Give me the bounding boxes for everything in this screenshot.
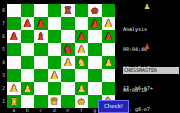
rank-labels: 87654321 — [0, 4, 7, 108]
square-e3[interactable] — [61, 69, 75, 82]
rank-label-6: 6 — [0, 30, 7, 43]
file-label-e: e — [61, 107, 75, 113]
square-e5[interactable]: ♞ — [61, 43, 75, 56]
square-d2[interactable] — [48, 82, 62, 95]
black-player-name: CHESSMASTER — [123, 67, 179, 74]
square-a3[interactable] — [7, 69, 21, 82]
square-c6[interactable]: ♝ — [34, 30, 48, 43]
check-dialog-button[interactable]: Check! — [98, 100, 129, 113]
square-f2[interactable]: ♟ — [75, 82, 89, 95]
square-b8[interactable] — [21, 4, 35, 17]
file-label-a: a — [7, 107, 21, 113]
file-label-f: f — [75, 107, 89, 113]
square-c8[interactable] — [34, 4, 48, 17]
square-g7[interactable]: ♟ — [88, 17, 102, 30]
square-a5[interactable] — [7, 43, 21, 56]
black-clock: 00:00:10 — [123, 87, 179, 94]
square-d6[interactable] — [48, 30, 62, 43]
square-f4[interactable]: ♞ — [75, 56, 89, 69]
square-d3[interactable]: ♟ — [48, 69, 62, 82]
square-b3[interactable] — [21, 69, 35, 82]
rank-label-7: 7 — [0, 17, 7, 30]
black-king-piece: ♚ — [91, 4, 98, 17]
square-h8[interactable] — [102, 4, 116, 17]
rank-label-8: 8 — [0, 4, 7, 17]
square-b4[interactable] — [21, 56, 35, 69]
file-label-c: c — [34, 107, 48, 113]
square-g6[interactable] — [88, 30, 102, 43]
black-pawn-piece: ♟ — [91, 17, 98, 30]
white-knight-piece: ♞ — [78, 56, 85, 69]
white-pawn-piece: ♟ — [105, 56, 112, 69]
rank-label-1: 1 — [0, 95, 7, 108]
white-pawn-piece: ♟ — [78, 43, 85, 56]
square-h4[interactable]: ♟ — [102, 56, 116, 69]
square-b5[interactable] — [21, 43, 35, 56]
square-h7[interactable]: ♟ — [102, 17, 116, 30]
black-pawn-piece: ♟ — [105, 30, 112, 43]
white-pawn-icon: ♟ — [138, 1, 156, 12]
square-f5[interactable]: ♟ — [75, 43, 89, 56]
rank-label-5: 5 — [0, 43, 7, 56]
square-g3[interactable] — [88, 69, 102, 82]
white-pawn-piece: ♟ — [105, 17, 112, 30]
square-b6[interactable] — [21, 30, 35, 43]
black-pawn-piece: ♟ — [78, 30, 85, 43]
black-player-panel: CHESSMASTER 00:00:10 15. g8-e7 16. e7-d5 — [123, 54, 179, 113]
chess-app-screen: { "game": "chess", "position": { "fen": … — [0, 0, 180, 113]
square-d5[interactable] — [48, 43, 62, 56]
square-e6[interactable] — [61, 30, 75, 43]
black-pawn-piece: ♟ — [24, 17, 31, 30]
white-pawn-piece: ♟ — [64, 56, 71, 69]
square-a8[interactable] — [7, 4, 21, 17]
square-b7[interactable]: ♟ — [21, 17, 35, 30]
white-player-name: Analysis — [123, 26, 179, 33]
square-c7[interactable]: ♟ — [34, 17, 48, 30]
white-rook-piece: ♜ — [10, 95, 17, 108]
square-c5[interactable] — [34, 43, 48, 56]
square-e4[interactable]: ♟ — [61, 56, 75, 69]
rank-label-3: 3 — [0, 69, 7, 82]
white-queen-piece: ♛ — [51, 95, 58, 108]
square-e8[interactable]: ♜ — [61, 4, 75, 17]
square-b2[interactable]: ♟ — [21, 82, 35, 95]
square-g2[interactable] — [88, 82, 102, 95]
square-f7[interactable] — [75, 17, 89, 30]
square-g5[interactable] — [88, 43, 102, 56]
white-pawn-piece: ♟ — [78, 82, 85, 95]
square-a7[interactable] — [7, 17, 21, 30]
white-king-piece: ♚ — [78, 95, 85, 108]
chess-board[interactable]: ♜♚♟♟♟♟♟♝♟♟♞♟♟♞♟♟♟♟♟♜♛♚♞ — [7, 4, 115, 108]
black-pawn-icon: ♟ — [138, 41, 156, 52]
black-knight-piece: ♞ — [64, 43, 71, 56]
rank-label-2: 2 — [0, 82, 7, 95]
black-pawn-piece: ♟ — [37, 17, 44, 30]
square-d4[interactable] — [48, 56, 62, 69]
square-h3[interactable] — [102, 69, 116, 82]
square-h2[interactable] — [102, 82, 116, 95]
square-h5[interactable] — [102, 43, 116, 56]
black-pawn-piece: ♟ — [10, 30, 17, 43]
square-c3[interactable] — [34, 69, 48, 82]
square-f8[interactable] — [75, 4, 89, 17]
square-h6[interactable]: ♟ — [102, 30, 116, 43]
square-a6[interactable]: ♟ — [7, 30, 21, 43]
square-d8[interactable] — [48, 4, 62, 17]
square-a2[interactable]: ♟ — [7, 82, 21, 95]
square-g4[interactable] — [88, 56, 102, 69]
white-pawn-piece: ♟ — [10, 82, 17, 95]
square-g8[interactable]: ♚ — [88, 4, 102, 17]
rank-label-4: 4 — [0, 56, 7, 69]
black-rook-piece: ♜ — [64, 4, 71, 17]
white-pawn-piece: ♟ — [24, 82, 31, 95]
file-label-d: d — [48, 107, 62, 113]
square-a4[interactable] — [7, 56, 21, 69]
square-f3[interactable] — [75, 69, 89, 82]
square-f6[interactable]: ♟ — [75, 30, 89, 43]
square-e7[interactable] — [61, 17, 75, 30]
black-bishop-piece: ♝ — [37, 30, 44, 43]
square-e2[interactable] — [61, 82, 75, 95]
file-label-b: b — [21, 107, 35, 113]
square-c2[interactable] — [34, 82, 48, 95]
black-move-1: 15. g8-e7 — [123, 106, 179, 113]
square-d7[interactable] — [48, 17, 62, 30]
white-pawn-piece: ♟ — [51, 69, 58, 82]
square-c4[interactable] — [34, 56, 48, 69]
